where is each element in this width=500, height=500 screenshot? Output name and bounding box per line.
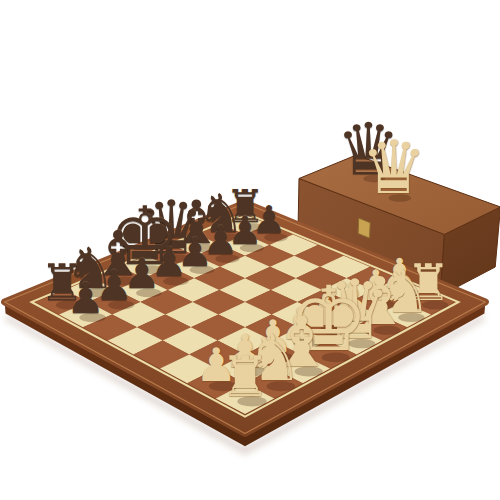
chess-set-photo: ♜♞♟♛♝♟♛♟♛♚♟♝♟♞♟♟♜♟♟♜♟♟♞♟♝♟♛♟♚♟♝♟♞♜: [0, 0, 500, 500]
piece-shadow: [85, 289, 111, 298]
piece-shadow: [322, 353, 350, 363]
piece-shadow: [113, 277, 138, 286]
piece-shadow: [370, 301, 396, 310]
piece-shadow: [240, 244, 264, 252]
piece-shadow: [209, 381, 238, 391]
piece-shadow: [191, 244, 215, 252]
piece-shadow: [216, 233, 240, 241]
piece-shadow: [295, 367, 323, 377]
piece-shadow: [348, 339, 375, 348]
spare-queen-shadow: [363, 175, 385, 182]
piece-shadow: [240, 223, 263, 231]
spare-queen-shadow: [389, 194, 412, 202]
piece-shadow: [345, 313, 371, 322]
piece-shadow: [56, 301, 82, 310]
piece-shadow: [166, 255, 190, 263]
piece-shadow: [293, 339, 320, 348]
piece-shadow: [374, 326, 401, 335]
piece-shadow: [79, 313, 105, 322]
piece-shadow: [422, 301, 448, 310]
piece-shadow: [108, 301, 134, 310]
piece-shadow: [320, 326, 347, 335]
piece-shadow: [190, 266, 215, 275]
piece-shadow: [140, 266, 165, 275]
piece-shadow: [264, 233, 288, 241]
piece-shadow: [394, 289, 420, 298]
piece-shadow: [398, 313, 424, 322]
piece-shadow: [238, 367, 266, 377]
piece-shadow: [237, 396, 266, 406]
piece-shadow: [136, 289, 162, 298]
piece-shadow: [215, 255, 239, 263]
piece-shadow: [267, 381, 296, 391]
piece-shadow: [266, 353, 294, 363]
piece-shadow: [163, 277, 188, 286]
